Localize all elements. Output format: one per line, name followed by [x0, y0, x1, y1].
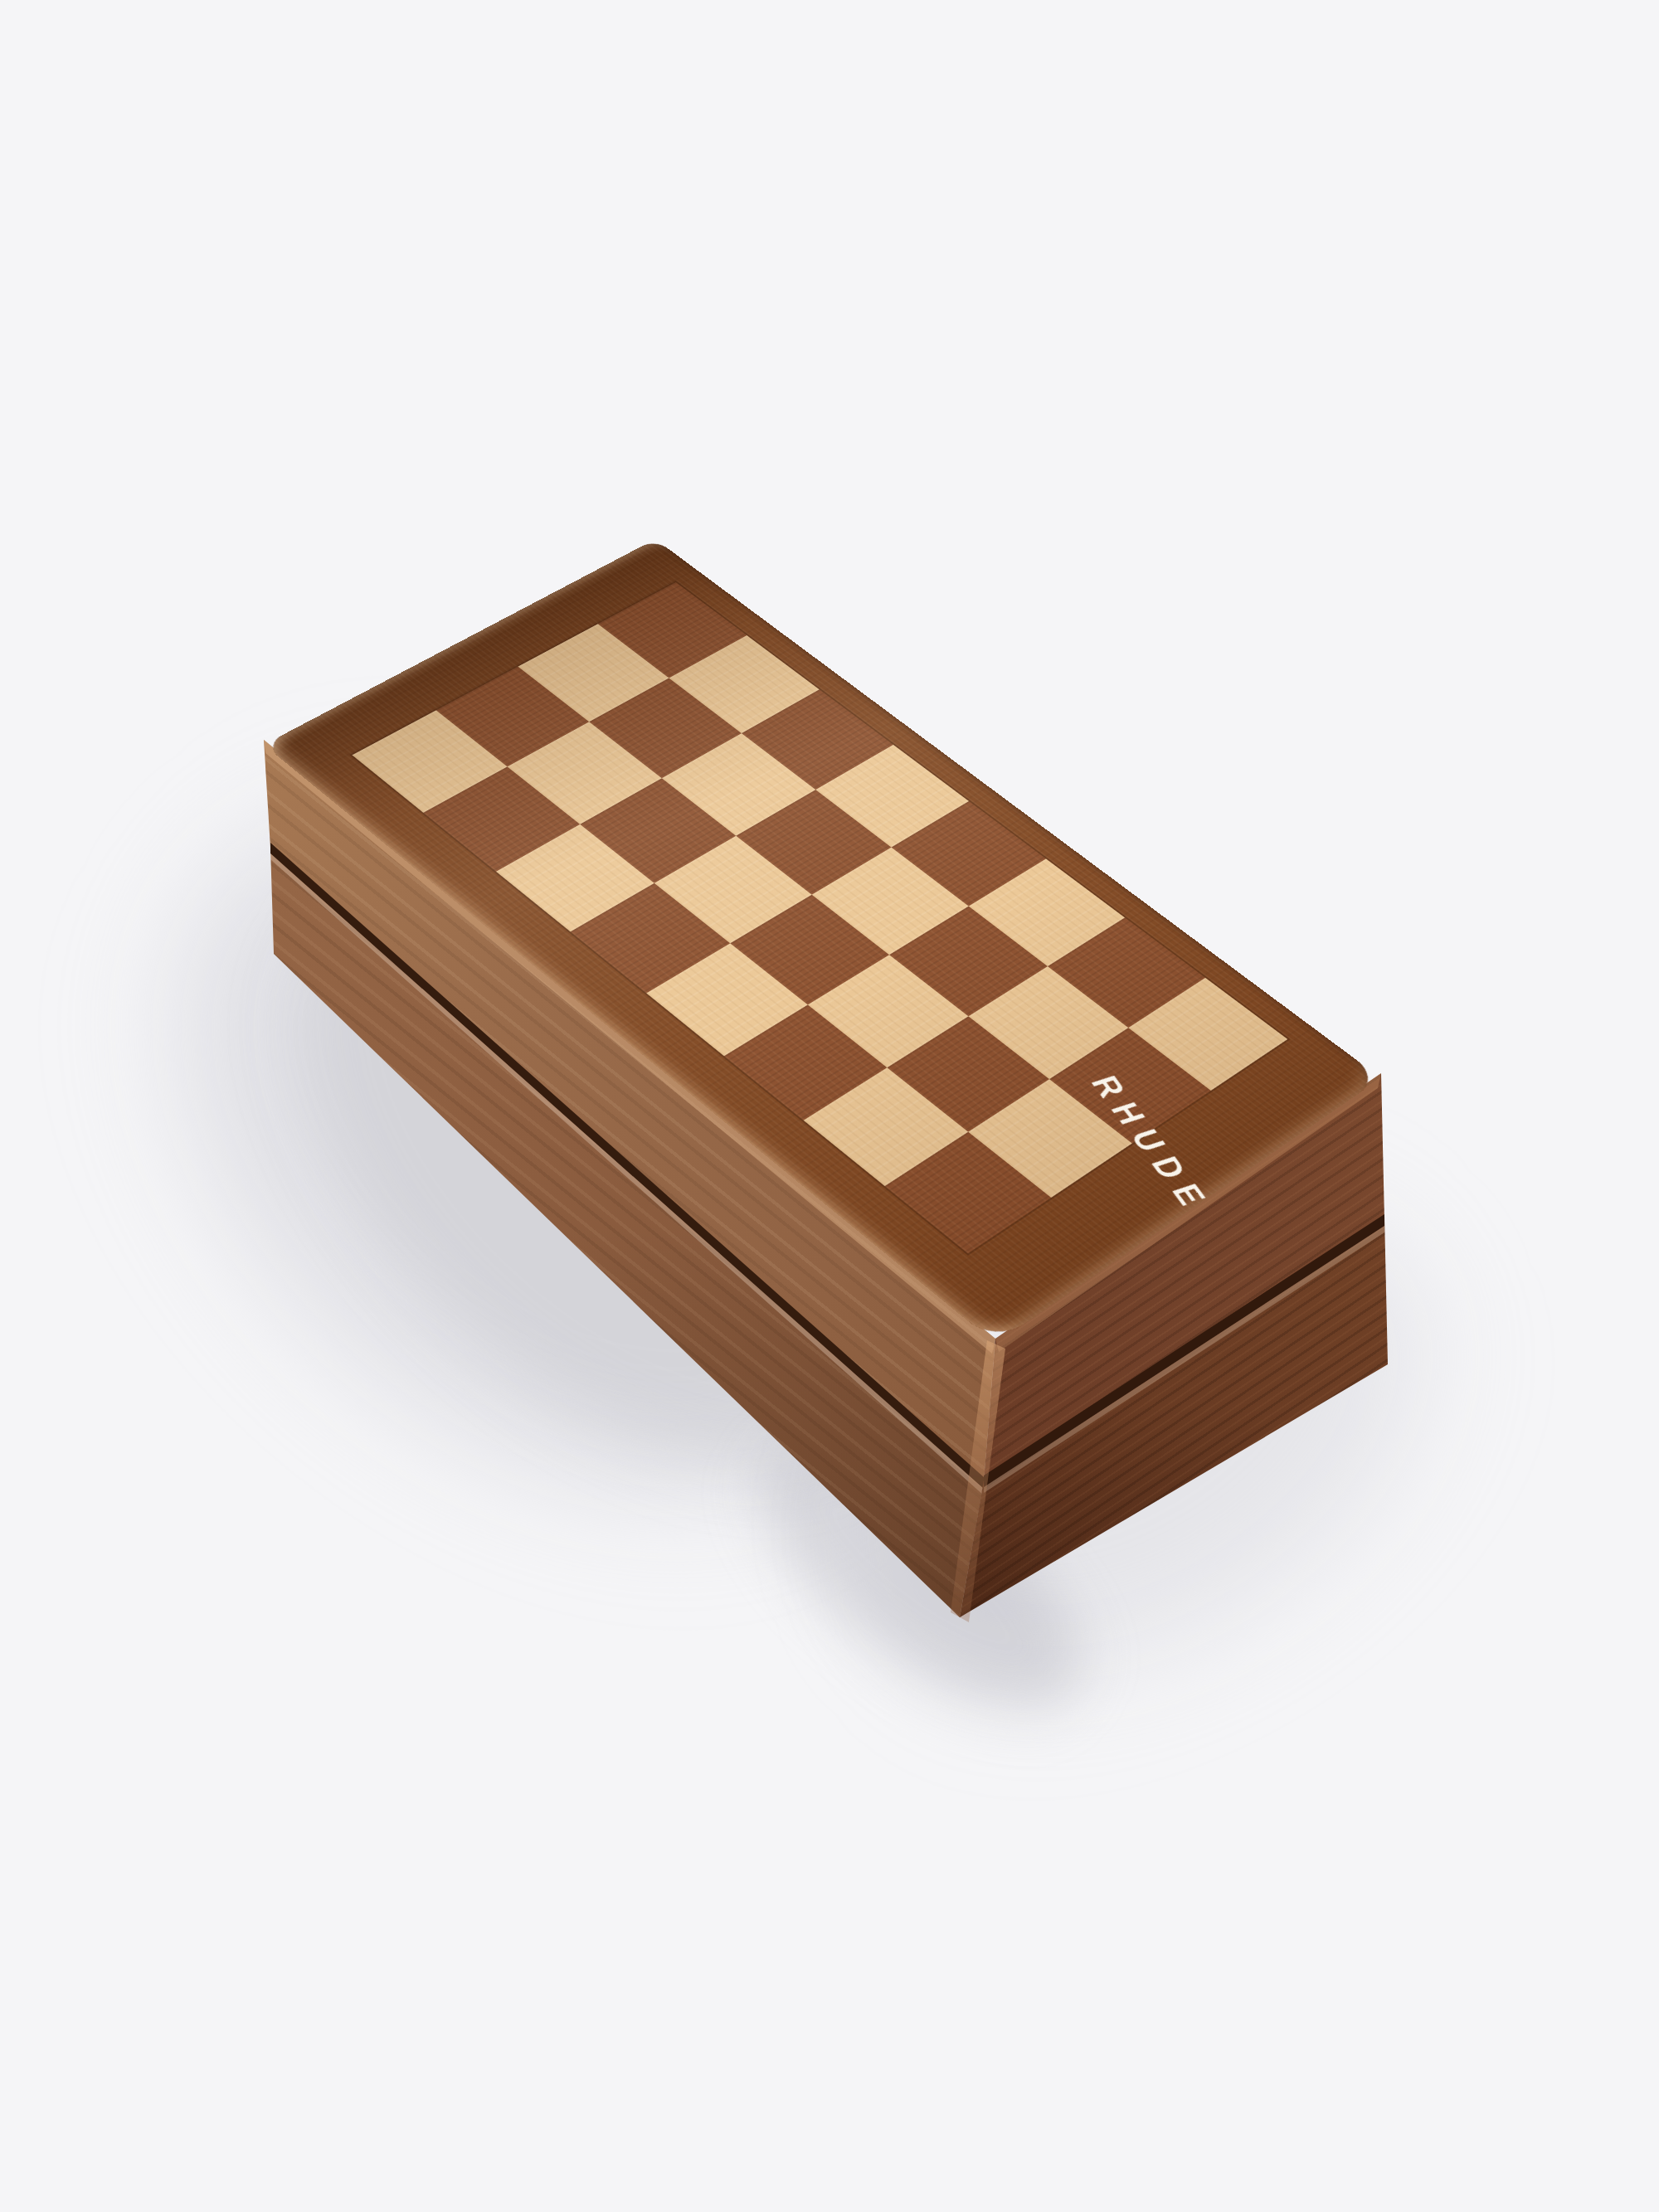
product-photo-chess-box: RHUDE: [0, 0, 1659, 2212]
